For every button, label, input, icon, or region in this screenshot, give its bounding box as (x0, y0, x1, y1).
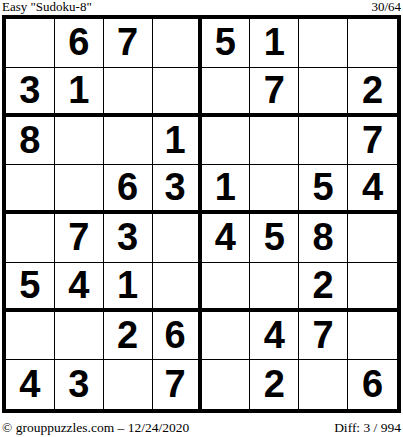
cell-r3c1-given[interactable]: 8 (6, 117, 55, 166)
cell-r1c8-empty[interactable] (348, 19, 397, 68)
cell-r4c7-given[interactable]: 5 (299, 165, 348, 214)
cell-r4c8-given[interactable]: 4 (348, 165, 397, 214)
cell-r2c5-empty[interactable] (202, 68, 251, 117)
cell-r5c5-given[interactable]: 4 (202, 214, 251, 263)
cell-r5c8-empty[interactable] (348, 214, 397, 263)
cell-r8c4-given[interactable]: 7 (153, 360, 202, 409)
difficulty-text: Diff: 3 / 994 (334, 420, 401, 435)
cell-r5c4-empty[interactable] (153, 214, 202, 263)
cell-r8c5-empty[interactable] (202, 360, 251, 409)
cell-r3c7-empty[interactable] (299, 117, 348, 166)
cell-r8c3-empty[interactable] (104, 360, 153, 409)
cell-r2c1-given[interactable]: 3 (6, 68, 55, 117)
cell-r4c3-given[interactable]: 6 (104, 165, 153, 214)
cell-r8c1-given[interactable]: 4 (6, 360, 55, 409)
cell-r7c3-given[interactable]: 2 (104, 312, 153, 361)
cell-r2c7-empty[interactable] (299, 68, 348, 117)
cell-r8c6-given[interactable]: 2 (250, 360, 299, 409)
cell-r7c1-empty[interactable] (6, 312, 55, 361)
cell-r4c5-given[interactable]: 1 (202, 165, 251, 214)
cell-r8c2-given[interactable]: 3 (55, 360, 104, 409)
cell-r4c6-empty[interactable] (250, 165, 299, 214)
cell-r1c4-empty[interactable] (153, 19, 202, 68)
cell-r7c2-empty[interactable] (55, 312, 104, 361)
cell-r1c2-given[interactable]: 6 (55, 19, 104, 68)
cell-r6c6-empty[interactable] (250, 263, 299, 312)
cell-r3c6-empty[interactable] (250, 117, 299, 166)
cell-r4c4-given[interactable]: 3 (153, 165, 202, 214)
cell-r6c1-given[interactable]: 5 (6, 263, 55, 312)
cell-r5c7-given[interactable]: 8 (299, 214, 348, 263)
cell-r1c7-empty[interactable] (299, 19, 348, 68)
cell-r3c5-empty[interactable] (202, 117, 251, 166)
cell-r5c3-given[interactable]: 3 (104, 214, 153, 263)
cell-r7c5-empty[interactable] (202, 312, 251, 361)
cell-r2c6-given[interactable]: 7 (250, 68, 299, 117)
cell-r7c8-empty[interactable] (348, 312, 397, 361)
puzzle-counter: 30/64 (371, 0, 401, 14)
footer: © grouppuzzles.com – 12/24/2020 Diff: 3 … (2, 419, 401, 435)
copyright-text: © grouppuzzles.com – 12/24/2020 (2, 420, 189, 435)
cell-r4c1-empty[interactable] (6, 165, 55, 214)
cell-r6c7-given[interactable]: 2 (299, 263, 348, 312)
cell-r6c2-given[interactable]: 4 (55, 263, 104, 312)
cell-r1c5-given[interactable]: 5 (202, 19, 251, 68)
cell-r7c7-given[interactable]: 7 (299, 312, 348, 361)
cell-r2c4-empty[interactable] (153, 68, 202, 117)
cell-r1c1-empty[interactable] (6, 19, 55, 68)
cell-r6c5-empty[interactable] (202, 263, 251, 312)
cell-r4c2-empty[interactable] (55, 165, 104, 214)
cell-r2c2-given[interactable]: 1 (55, 68, 104, 117)
cell-r5c2-given[interactable]: 7 (55, 214, 104, 263)
puzzle-title: Easy "Sudoku-8" (2, 0, 92, 14)
cell-r6c8-empty[interactable] (348, 263, 397, 312)
cell-r3c4-given[interactable]: 1 (153, 117, 202, 166)
cell-r5c1-empty[interactable] (6, 214, 55, 263)
sudoku-board: 6751317281763154734585412264743726 (2, 15, 401, 413)
cell-r3c8-given[interactable]: 7 (348, 117, 397, 166)
header: Easy "Sudoku-8" 30/64 (2, 0, 401, 14)
cell-r7c4-given[interactable]: 6 (153, 312, 202, 361)
cell-r1c6-given[interactable]: 1 (250, 19, 299, 68)
cell-r5c6-given[interactable]: 5 (250, 214, 299, 263)
cell-r7c6-given[interactable]: 4 (250, 312, 299, 361)
page: Easy "Sudoku-8" 30/64 675131728176315473… (0, 0, 403, 437)
cell-r2c3-empty[interactable] (104, 68, 153, 117)
cell-r3c3-empty[interactable] (104, 117, 153, 166)
cell-r2c8-given[interactable]: 2 (348, 68, 397, 117)
cell-r1c3-given[interactable]: 7 (104, 19, 153, 68)
cell-r6c4-empty[interactable] (153, 263, 202, 312)
cell-r3c2-empty[interactable] (55, 117, 104, 166)
cell-r6c3-given[interactable]: 1 (104, 263, 153, 312)
cell-r8c7-empty[interactable] (299, 360, 348, 409)
cell-r8c8-given[interactable]: 6 (348, 360, 397, 409)
